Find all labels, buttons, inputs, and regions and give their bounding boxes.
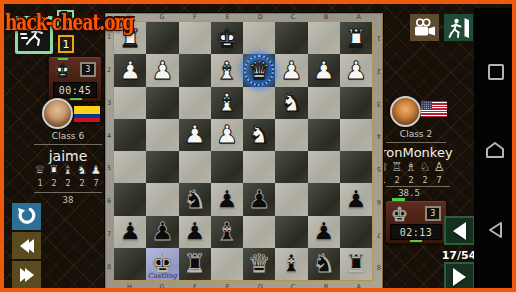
coordinate-label: E <box>211 13 244 21</box>
white-pawn-f4[interactable]: ♟ <box>183 122 205 147</box>
white-pawn-e4[interactable]: ♟ <box>216 122 238 147</box>
square-g1[interactable] <box>146 22 178 54</box>
square-g8[interactable]: Castling♚ <box>146 248 178 280</box>
white-clock-time: 00:45 <box>53 82 97 98</box>
home-icon[interactable] <box>486 142 504 162</box>
square-f4[interactable]: ♟ <box>179 119 211 151</box>
coordinate-label: F <box>179 13 212 21</box>
square-a3[interactable] <box>340 87 372 119</box>
pawn-icon: ♟ <box>91 164 102 177</box>
coordinate-label: A <box>342 283 375 291</box>
coordinate-label: 4 <box>375 119 383 152</box>
double-right-arrow-icon <box>25 268 34 282</box>
tray-knight-count: 2 <box>422 175 427 185</box>
divider <box>386 186 450 187</box>
square-a5[interactable] <box>340 151 372 183</box>
tray-bishop: ♗2 <box>404 161 418 185</box>
square-a6[interactable]: ♟ <box>340 183 372 215</box>
right-player-piece-tray: ♕1♖2♗2♘2♙7 <box>376 161 446 185</box>
tray-rook-count: 2 <box>51 178 56 188</box>
board-squares: ♜♚♜♟♟♝♛♟♟♟♝♞♟♟♞♞♟♟♟♟♟♟♝♟Castling♚♜♛♝♞♜ <box>113 21 373 281</box>
right-player-class: Class 2 <box>376 129 456 139</box>
square-f7[interactable]: ♟ <box>179 216 211 248</box>
square-f8[interactable]: ♜ <box>179 248 211 280</box>
square-c3[interactable]: ♞ <box>275 87 307 119</box>
tray-bishop: ♝2 <box>61 164 75 188</box>
white-bishop-e2[interactable]: ♝ <box>216 58 238 83</box>
coordinate-label: D <box>244 13 277 21</box>
black-clock-time: 02:13 <box>390 224 442 240</box>
black-bishop-e7[interactable]: ♝ <box>216 219 238 244</box>
left-player-name: jaime <box>18 148 118 164</box>
coordinate-label: 5 <box>375 152 383 185</box>
tray-bishop-count: 2 <box>408 175 413 185</box>
move-counter: 17/54 <box>440 249 478 262</box>
square-b4[interactable] <box>308 119 340 151</box>
coordinate-label: 3 <box>105 87 113 120</box>
video-camera-icon <box>413 18 437 38</box>
square-d6[interactable]: ♟ <box>243 183 275 215</box>
colombia-flag <box>74 106 100 122</box>
white-king-e1[interactable]: ♚ <box>216 26 238 51</box>
white-pawn-b2[interactable]: ♟ <box>312 58 334 83</box>
square-g6[interactable] <box>146 183 178 215</box>
tray-rook: ♜2 <box>47 164 61 188</box>
coordinate-label: 6 <box>105 185 113 218</box>
record-video-button[interactable] <box>410 14 439 41</box>
square-a7[interactable] <box>340 216 372 248</box>
black-knight-f6[interactable]: ♞ <box>183 187 205 212</box>
coordinate-label: A <box>342 13 375 21</box>
right-player-avatar <box>390 96 421 127</box>
black-pawn-a6[interactable]: ♟ <box>345 187 367 212</box>
white-queen-d2[interactable]: ♛ <box>248 58 270 83</box>
coordinate-label: C <box>277 13 310 21</box>
recents-icon[interactable] <box>488 64 504 80</box>
coordinate-label: B <box>310 283 343 291</box>
coordinate-label: 1 <box>375 21 383 54</box>
square-g3[interactable] <box>146 87 178 119</box>
usa-flag <box>421 101 447 117</box>
square-b2[interactable]: ♟ <box>308 54 340 86</box>
square-h2[interactable]: ♟ <box>114 54 146 86</box>
white-pawn-a2[interactable]: ♟ <box>345 58 367 83</box>
exit-door-runner-icon <box>447 17 471 39</box>
coordinate-label: D <box>244 283 277 291</box>
white-rook-a1[interactable]: ♜ <box>345 26 367 51</box>
square-g4[interactable] <box>146 119 178 151</box>
square-c5[interactable] <box>275 151 307 183</box>
divider <box>34 192 102 193</box>
coordinate-label: E <box>211 283 244 291</box>
counter-badge-yellow: 1 <box>58 35 74 53</box>
tray-rook: ♖2 <box>390 161 404 185</box>
bishop-icon: ♗ <box>406 161 417 174</box>
square-d1[interactable] <box>243 22 275 54</box>
white-pawn-h2[interactable]: ♟ <box>119 58 141 83</box>
coordinate-label: 2 <box>375 54 383 87</box>
square-d4[interactable]: ♞ <box>243 119 275 151</box>
square-c4[interactable] <box>275 119 307 151</box>
white-knight-d4[interactable]: ♞ <box>248 122 270 147</box>
square-g5[interactable] <box>146 151 178 183</box>
white-pawn-c2[interactable]: ♟ <box>280 58 302 83</box>
file-labels-top: HGFEDCBA <box>113 13 375 21</box>
square-b3[interactable] <box>308 87 340 119</box>
tray-pawn: ♙7 <box>432 161 446 185</box>
square-a2[interactable]: ♟ <box>340 54 372 86</box>
divider <box>386 142 446 143</box>
square-g7[interactable]: ♟ <box>146 216 178 248</box>
android-navbar <box>474 8 516 292</box>
square-d5[interactable] <box>243 151 275 183</box>
coordinate-label: C <box>277 283 310 291</box>
coordinate-label: F <box>179 283 212 291</box>
back-icon[interactable] <box>489 222 502 242</box>
coordinate-label: 5 <box>105 152 113 185</box>
previous-move-button[interactable] <box>444 216 475 245</box>
white-player-clock: ♚ 3 00:45 <box>48 56 102 102</box>
double-left-arrow-icon <box>25 239 34 253</box>
right-player-name: IronMonkey <box>375 145 455 160</box>
square-d8[interactable]: ♛ <box>243 248 275 280</box>
white-king-clock-icon: ♚ <box>54 61 71 80</box>
square-b1[interactable] <box>308 22 340 54</box>
next-move-button[interactable] <box>444 262 475 291</box>
knight-icon: ♘ <box>420 161 431 174</box>
coordinate-label: 7 <box>105 218 113 251</box>
clock-led <box>392 198 405 201</box>
coordinate-label: 2 <box>105 54 113 87</box>
square-e7[interactable]: ♝ <box>211 216 243 248</box>
white-knight-c3[interactable]: ♞ <box>280 90 302 115</box>
square-e4[interactable]: ♟ <box>211 119 243 151</box>
black-pawn-b7[interactable]: ♟ <box>312 219 334 244</box>
coordinate-label: 7 <box>375 218 383 251</box>
black-queen-d8[interactable]: ♛ <box>248 251 270 276</box>
tray-pawn: ♟7 <box>89 164 103 188</box>
square-e6[interactable]: ♟ <box>211 183 243 215</box>
tray-queen-count: 1 <box>37 178 42 188</box>
clock-mini-display: 3 <box>80 62 96 77</box>
black-pawn-e6[interactable]: ♟ <box>216 187 238 212</box>
fast-forward-button[interactable] <box>12 261 41 288</box>
tray-rook-count: 2 <box>394 175 399 185</box>
chess-board: HGFEDCBA HGFEDCBA 12345678 12345678 ♜♚♜♟… <box>105 13 383 291</box>
leave-game-button[interactable] <box>444 14 473 41</box>
rook-icon: ♖ <box>392 161 403 174</box>
square-h3[interactable] <box>114 87 146 119</box>
square-h5[interactable] <box>114 151 146 183</box>
square-e2[interactable]: ♝ <box>211 54 243 86</box>
coordinate-label: 8 <box>375 250 383 283</box>
rotate-board-button[interactable] <box>12 203 41 230</box>
bishop-icon: ♝ <box>63 164 74 177</box>
square-a1[interactable]: ♜ <box>340 22 372 54</box>
square-h8[interactable] <box>114 248 146 280</box>
coordinate-label: B <box>310 13 343 21</box>
square-e1[interactable]: ♚ <box>211 22 243 54</box>
left-triangle-icon <box>453 222 466 240</box>
square-e3[interactable]: ♝ <box>211 87 243 119</box>
rook-icon: ♜ <box>49 164 60 177</box>
square-b6[interactable] <box>308 183 340 215</box>
white-bishop-e3[interactable]: ♝ <box>216 90 238 115</box>
rotate-icon <box>16 206 37 227</box>
pawn-icon: ♙ <box>434 161 445 174</box>
white-pawn-g2[interactable]: ♟ <box>151 58 173 83</box>
tray-knight: ♞2 <box>75 164 89 188</box>
square-b7[interactable]: ♟ <box>308 216 340 248</box>
square-f5[interactable] <box>179 151 211 183</box>
square-a4[interactable] <box>340 119 372 151</box>
square-e5[interactable] <box>211 151 243 183</box>
file-labels-bottom: HGFEDCBA <box>113 283 375 291</box>
coordinate-label: H <box>113 283 146 291</box>
square-f1[interactable] <box>179 22 211 54</box>
square-f3[interactable] <box>179 87 211 119</box>
watermark-text: hack-cheat.org <box>5 8 133 35</box>
square-c1[interactable] <box>275 22 307 54</box>
coordinate-label: 6 <box>375 185 383 218</box>
left-player-avatar <box>42 98 73 129</box>
black-rook-f8[interactable]: ♜ <box>183 251 205 276</box>
divider <box>34 144 102 145</box>
rank-labels-right: 12345678 <box>375 21 383 283</box>
black-rook-a8[interactable]: ♜ <box>345 251 367 276</box>
rank-labels-left: 12345678 <box>105 21 113 283</box>
tray-queen: ♛1 <box>33 164 47 188</box>
square-d3[interactable] <box>243 87 275 119</box>
square-f2[interactable] <box>179 54 211 86</box>
square-e8[interactable] <box>211 248 243 280</box>
square-h6[interactable] <box>114 183 146 215</box>
square-d7[interactable] <box>243 216 275 248</box>
square-c8[interactable]: ♝ <box>275 248 307 280</box>
coordinate-label: G <box>146 283 179 291</box>
badge-bottom-value: 1 <box>63 38 70 51</box>
square-b8[interactable]: ♞ <box>308 248 340 280</box>
clock-led <box>70 98 82 100</box>
black-pawn-d6[interactable]: ♟ <box>248 187 270 212</box>
black-pawn-f7[interactable]: ♟ <box>183 219 205 244</box>
right-triangle-icon <box>453 268 466 286</box>
clock-led <box>410 240 422 242</box>
black-knight-b8[interactable]: ♞ <box>312 251 334 276</box>
tray-pawn-count: 7 <box>436 175 441 185</box>
black-player-clock: ♚ 3 02:13 <box>385 200 447 244</box>
clock-mini-display: 3 <box>425 206 441 221</box>
left-player-piece-tray: ♛1♜2♝2♞2♟7 <box>33 164 103 188</box>
square-h7[interactable]: ♟ <box>114 216 146 248</box>
black-pawn-h7[interactable]: ♟ <box>119 219 141 244</box>
square-c6[interactable] <box>275 183 307 215</box>
knight-icon: ♞ <box>77 164 88 177</box>
coordinate-label: G <box>146 13 179 21</box>
tray-knight-count: 2 <box>79 178 84 188</box>
square-d2[interactable]: ♛ <box>243 54 275 86</box>
black-pawn-g7[interactable]: ♟ <box>151 219 173 244</box>
coordinate-label: 8 <box>105 250 113 283</box>
black-king-clock-icon: ♚ <box>391 205 408 224</box>
square-c7[interactable] <box>275 216 307 248</box>
square-h4[interactable] <box>114 119 146 151</box>
chess-app-screen: HGFEDCBA HGFEDCBA 12345678 12345678 ♜♚♜♟… <box>0 0 516 292</box>
square-f6[interactable]: ♞ <box>179 183 211 215</box>
coordinate-label: 4 <box>105 119 113 152</box>
square-a8[interactable]: ♜ <box>340 248 372 280</box>
rewind-button[interactable] <box>12 232 41 259</box>
coordinate-label: 3 <box>375 87 383 120</box>
black-bishop-c8[interactable]: ♝ <box>280 251 302 276</box>
square-b5[interactable] <box>308 151 340 183</box>
square-c2[interactable]: ♟ <box>275 54 307 86</box>
castling-annotation: Castling <box>146 272 178 280</box>
tray-knight: ♘2 <box>418 161 432 185</box>
tray-pawn-count: 7 <box>93 178 98 188</box>
tray-bishop-count: 2 <box>65 178 70 188</box>
queen-icon: ♛ <box>35 164 46 177</box>
left-player-class: Class 6 <box>28 131 108 141</box>
square-g2[interactable]: ♟ <box>146 54 178 86</box>
